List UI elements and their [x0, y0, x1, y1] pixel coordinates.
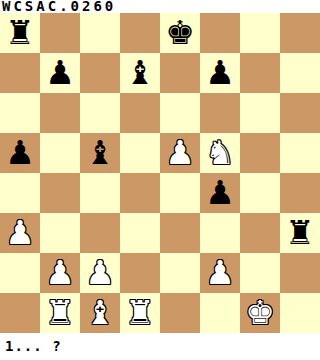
- square-a8[interactable]: ♜: [0, 13, 40, 53]
- white-bishop: ♝: [85, 293, 115, 333]
- square-a1[interactable]: [0, 293, 40, 333]
- square-f6[interactable]: [200, 93, 240, 133]
- square-g1[interactable]: ♚: [240, 293, 280, 333]
- square-c4[interactable]: [80, 173, 120, 213]
- square-e4[interactable]: [160, 173, 200, 213]
- diagram-title: WCSAC.0260: [0, 0, 320, 13]
- square-f7[interactable]: ♟: [200, 53, 240, 93]
- square-h7[interactable]: [280, 53, 320, 93]
- black-bishop: ♝: [85, 133, 115, 173]
- square-f5[interactable]: ♞: [200, 133, 240, 173]
- square-g8[interactable]: [240, 13, 280, 53]
- white-pawn: ♟: [165, 133, 195, 173]
- square-c8[interactable]: [80, 13, 120, 53]
- square-a7[interactable]: [0, 53, 40, 93]
- square-d2[interactable]: [120, 253, 160, 293]
- square-b6[interactable]: [40, 93, 80, 133]
- square-d3[interactable]: [120, 213, 160, 253]
- square-c6[interactable]: [80, 93, 120, 133]
- square-b5[interactable]: [40, 133, 80, 173]
- chess-diagram-page: WCSAC.0260 ♜♚♟♝♟♟♝♟♞♟♟♜♟♟♟♜♝♜♚ 1... ?: [0, 0, 320, 360]
- white-pawn: ♟: [45, 253, 75, 293]
- black-king: ♚: [165, 13, 195, 53]
- square-b7[interactable]: ♟: [40, 53, 80, 93]
- square-f1[interactable]: [200, 293, 240, 333]
- square-b8[interactable]: [40, 13, 80, 53]
- square-b1[interactable]: ♜: [40, 293, 80, 333]
- square-c5[interactable]: ♝: [80, 133, 120, 173]
- square-b3[interactable]: [40, 213, 80, 253]
- square-d7[interactable]: ♝: [120, 53, 160, 93]
- square-c2[interactable]: ♟: [80, 253, 120, 293]
- square-e8[interactable]: ♚: [160, 13, 200, 53]
- black-rook: ♜: [5, 13, 35, 53]
- black-rook: ♜: [285, 213, 315, 253]
- square-e7[interactable]: [160, 53, 200, 93]
- white-rook: ♜: [125, 293, 155, 333]
- square-b2[interactable]: ♟: [40, 253, 80, 293]
- square-e6[interactable]: [160, 93, 200, 133]
- square-h8[interactable]: [280, 13, 320, 53]
- square-d6[interactable]: [120, 93, 160, 133]
- square-g5[interactable]: [240, 133, 280, 173]
- square-f3[interactable]: [200, 213, 240, 253]
- square-g4[interactable]: [240, 173, 280, 213]
- chess-board: ♜♚♟♝♟♟♝♟♞♟♟♜♟♟♟♜♝♜♚: [0, 13, 320, 333]
- square-g2[interactable]: [240, 253, 280, 293]
- square-f8[interactable]: [200, 13, 240, 53]
- square-a3[interactable]: ♟: [0, 213, 40, 253]
- square-g6[interactable]: [240, 93, 280, 133]
- black-pawn: ♟: [205, 173, 235, 213]
- white-king: ♚: [245, 293, 275, 333]
- square-d8[interactable]: [120, 13, 160, 53]
- white-pawn: ♟: [5, 213, 35, 253]
- black-pawn: ♟: [45, 53, 75, 93]
- square-h2[interactable]: [280, 253, 320, 293]
- square-h1[interactable]: [280, 293, 320, 333]
- square-c3[interactable]: [80, 213, 120, 253]
- black-pawn: ♟: [205, 53, 235, 93]
- square-h4[interactable]: [280, 173, 320, 213]
- square-d4[interactable]: [120, 173, 160, 213]
- move-prompt: 1... ?: [0, 333, 320, 360]
- square-c1[interactable]: ♝: [80, 293, 120, 333]
- square-a4[interactable]: [0, 173, 40, 213]
- square-c7[interactable]: [80, 53, 120, 93]
- square-e3[interactable]: [160, 213, 200, 253]
- square-a6[interactable]: [0, 93, 40, 133]
- square-h3[interactable]: ♜: [280, 213, 320, 253]
- black-pawn: ♟: [5, 133, 35, 173]
- square-a2[interactable]: [0, 253, 40, 293]
- square-h5[interactable]: [280, 133, 320, 173]
- white-rook: ♜: [45, 293, 75, 333]
- square-g3[interactable]: [240, 213, 280, 253]
- square-d5[interactable]: [120, 133, 160, 173]
- square-g7[interactable]: [240, 53, 280, 93]
- white-pawn: ♟: [85, 253, 115, 293]
- white-knight: ♞: [205, 133, 235, 173]
- black-bishop: ♝: [125, 53, 155, 93]
- square-e2[interactable]: [160, 253, 200, 293]
- square-e5[interactable]: ♟: [160, 133, 200, 173]
- square-h6[interactable]: [280, 93, 320, 133]
- square-a5[interactable]: ♟: [0, 133, 40, 173]
- white-pawn: ♟: [205, 253, 235, 293]
- square-e1[interactable]: [160, 293, 200, 333]
- square-d1[interactable]: ♜: [120, 293, 160, 333]
- square-f4[interactable]: ♟: [200, 173, 240, 213]
- square-f2[interactable]: ♟: [200, 253, 240, 293]
- square-b4[interactable]: [40, 173, 80, 213]
